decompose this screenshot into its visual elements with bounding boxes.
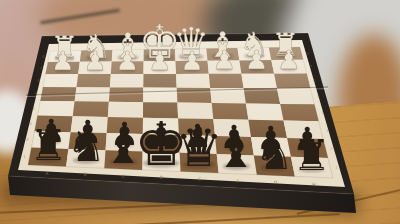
chess-board: ABCDEFGH1122334455667788♜♞♝♚♛♝♞♜♟♟♟♟♟♟♟♟… <box>0 0 400 224</box>
rank-label-right: 8 <box>306 51 309 56</box>
rank-label-right: 2 <box>330 146 333 151</box>
rank-label-left: 6 <box>38 78 41 83</box>
file-label: F <box>236 179 239 184</box>
rank-label-right: 7 <box>310 64 313 69</box>
piece-black-knight[interactable]: ♞ <box>254 128 293 179</box>
file-label: G <box>274 180 278 185</box>
rank-label-right: 6 <box>313 78 316 83</box>
rank-label-left: 7 <box>40 66 43 71</box>
piece-white-pawn[interactable]: ♟ <box>212 45 236 75</box>
rank-label-left: 5 <box>35 91 38 96</box>
rank-label-left: 8 <box>42 54 45 59</box>
rank-label-left: 4 <box>32 106 35 111</box>
piece-black-rook[interactable]: ♜ <box>293 131 331 180</box>
piece-white-pawn[interactable]: ♟ <box>245 45 269 75</box>
piece-white-pawn[interactable]: ♟ <box>83 46 107 76</box>
piece-white-pawn[interactable]: ♟ <box>277 45 301 75</box>
piece-black-knight[interactable]: ♞ <box>66 120 105 171</box>
piece-white-pawn[interactable]: ♟ <box>180 46 204 76</box>
rank-label-left: 1 <box>23 154 26 159</box>
piece-black-rook[interactable]: ♜ <box>30 121 68 170</box>
piece-black-bishop[interactable]: ♝ <box>216 125 257 178</box>
photo-stage: ABCDEFGH1122334455667788♜♞♝♚♛♝♞♜♟♟♟♟♟♟♟♟… <box>0 0 400 224</box>
file-label: B <box>84 172 87 177</box>
rank-label-right: 5 <box>317 94 320 99</box>
piece-white-pawn[interactable]: ♟ <box>116 46 140 76</box>
rank-label-right: 1 <box>335 165 338 170</box>
file-label: C <box>122 174 125 179</box>
file-label: H <box>312 182 315 187</box>
piece-white-pawn[interactable]: ♟ <box>51 46 75 76</box>
rank-label-right: 4 <box>321 110 324 115</box>
white-pieces: ♜♞♝♚♛♝♞♜♟♟♟♟♟♟♟♟ <box>50 15 300 76</box>
piece-white-pawn[interactable]: ♟ <box>148 46 172 76</box>
